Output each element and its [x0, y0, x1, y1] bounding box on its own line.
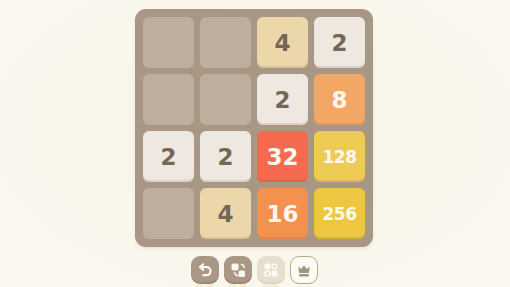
grid-icon — [262, 261, 280, 279]
cell-r2c2: 32 — [257, 131, 308, 182]
cell-r0c3: 2 — [314, 17, 365, 68]
cell-r3c0 — [143, 188, 194, 239]
cell-r0c2: 4 — [257, 17, 308, 68]
tile-picker-button[interactable] — [257, 256, 285, 284]
board-2048[interactable]: 4 2 2 8 2 2 32 128 4 16 256 — [135, 9, 373, 247]
cell-r1c1 — [200, 74, 251, 125]
cell-r2c3: 128 — [314, 131, 365, 182]
cell-r0c1 — [200, 17, 251, 68]
cell-r0c0 — [143, 17, 194, 68]
undo-icon — [196, 261, 214, 279]
game-screen: 4 2 2 8 2 2 32 128 4 16 256 — [0, 0, 510, 287]
cell-r2c1: 2 — [200, 131, 251, 182]
cell-r1c0 — [143, 74, 194, 125]
swap-tiles-button[interactable] — [224, 256, 252, 284]
cell-r2c0: 2 — [143, 131, 194, 182]
cell-r3c1: 4 — [200, 188, 251, 239]
cell-r1c3: 8 — [314, 74, 365, 125]
crown-button[interactable] — [290, 256, 318, 284]
cell-r3c2: 16 — [257, 188, 308, 239]
cell-r3c3: 256 — [314, 188, 365, 239]
undo-button[interactable] — [191, 256, 219, 284]
cell-r1c2: 2 — [257, 74, 308, 125]
powerup-toolbar — [191, 256, 318, 284]
swap-icon — [229, 261, 247, 279]
crown-icon — [295, 261, 313, 279]
